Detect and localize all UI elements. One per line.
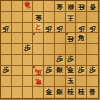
shogi-piece-gote[interactable]: 歩 (55, 23, 64, 33)
board-cell[interactable]: 桂 (76, 87, 87, 98)
board-cell[interactable] (33, 87, 44, 98)
board-cell[interactable] (1, 55, 12, 66)
board-cell[interactable] (23, 12, 34, 23)
board-cell[interactable] (33, 33, 44, 44)
board-cell[interactable] (23, 76, 34, 87)
board-cell[interactable] (12, 87, 23, 98)
shogi-piece-sente[interactable]: 歩 (55, 55, 64, 65)
shogi-piece-sente[interactable]: 香 (88, 88, 97, 98)
hoshi-dot (33, 33, 35, 35)
board-cell[interactable]: 金 (44, 87, 55, 98)
board-cell[interactable] (12, 12, 23, 23)
board-cell[interactable] (23, 55, 34, 66)
shogi-piece-gote[interactable]: 歩 (44, 23, 53, 33)
shogi-piece-sente[interactable]: 銀 (55, 88, 64, 98)
board-cell[interactable] (33, 44, 44, 55)
board-cell[interactable]: 金 (33, 12, 44, 23)
board-cell[interactable] (12, 1, 23, 12)
board-cell[interactable]: 歩 (44, 23, 55, 34)
board-cell[interactable]: 歩 (23, 44, 34, 55)
board-cell[interactable]: 歩 (55, 23, 66, 34)
board-cell[interactable] (23, 87, 34, 98)
board-cell[interactable]: 歩 (44, 66, 55, 77)
board-cell[interactable]: 歩 (76, 66, 87, 77)
board-cell[interactable] (76, 44, 87, 55)
board-cell[interactable]: 香 (87, 1, 98, 12)
board-cell[interactable]: 香 (87, 87, 98, 98)
board-cell[interactable] (76, 12, 87, 23)
board-cell[interactable] (87, 12, 98, 23)
shogi-piece-gote[interactable]: 桂 (77, 1, 86, 11)
board-cell[interactable]: 歩 (55, 55, 66, 66)
board-cell[interactable] (1, 12, 12, 23)
board-cell[interactable] (1, 76, 12, 87)
shogi-piece-gote[interactable]: 銀 (66, 1, 75, 11)
shogi-piece-gote[interactable]: 金 (55, 1, 64, 11)
hoshi-dot (66, 66, 68, 68)
board-cell[interactable]: 歩 (1, 23, 12, 34)
board-cell[interactable] (23, 66, 34, 77)
shogi-piece-gote[interactable]: 王 (66, 12, 75, 22)
shogi-piece-sente[interactable]: 玉 (66, 76, 75, 86)
shogi-piece-gote[interactable]: 金 (34, 12, 43, 22)
board-cell[interactable] (44, 55, 55, 66)
board-cell[interactable] (12, 23, 23, 34)
board-cell[interactable] (55, 12, 66, 23)
board-cell[interactable]: 桂 (76, 1, 87, 12)
board-cell[interactable]: と (33, 23, 44, 34)
board-cell[interactable] (55, 76, 66, 87)
shogi-piece-promoted-sente[interactable]: と (34, 23, 43, 33)
board-cell[interactable] (55, 44, 66, 55)
shogi-piece-sente[interactable]: 歩 (77, 66, 86, 76)
shogi-piece-sente[interactable]: 角 (77, 33, 86, 43)
board-cell[interactable]: 玉 (66, 76, 77, 87)
board-cell[interactable]: 銀 (55, 87, 66, 98)
board-cell[interactable] (12, 76, 23, 87)
board-cell[interactable] (1, 33, 12, 44)
shogi-piece-gote[interactable]: 歩 (1, 23, 10, 33)
shogi-piece-sente[interactable]: 歩 (44, 66, 53, 76)
board-cell[interactable]: 銀 (66, 1, 77, 12)
shogi-piece-sente[interactable]: 歩 (66, 55, 75, 65)
shogi-piece-promoted-sente[interactable]: 竜 (23, 1, 32, 11)
board-cell[interactable]: 竜 (23, 1, 34, 12)
board-cell[interactable]: 歩 (1, 66, 12, 77)
board-cell[interactable] (12, 33, 23, 44)
shogi-piece-promoted-gote[interactable]: 馬 (34, 66, 43, 76)
hoshi-dot (33, 66, 35, 68)
shogi-piece-promoted-gote[interactable]: 竜 (34, 76, 43, 86)
board-cell[interactable]: 竜 (33, 76, 44, 87)
shogi-piece-sente[interactable]: 銀 (55, 66, 64, 76)
board-cell[interactable] (66, 23, 77, 34)
board-cell[interactable] (12, 66, 23, 77)
board-cell[interactable]: 王 (66, 12, 77, 23)
board-cell[interactable] (44, 12, 55, 23)
board-cell[interactable] (12, 55, 23, 66)
shogi-piece-sente[interactable]: 金 (44, 88, 53, 98)
board-cell[interactable] (33, 1, 44, 12)
shogi-piece-gote[interactable]: 歩 (77, 23, 86, 33)
shogi-piece-sente[interactable]: 歩 (23, 44, 32, 54)
board-cell[interactable]: 角 (76, 33, 87, 44)
board-cell[interactable]: 銀 (55, 66, 66, 77)
board-cell[interactable] (44, 44, 55, 55)
board-cell[interactable] (44, 33, 55, 44)
shogi-piece-sente[interactable]: 桂 (77, 88, 86, 98)
board-cell[interactable] (44, 76, 55, 87)
board-cell[interactable] (87, 55, 98, 66)
shogi-board: 竜金銀桂香金王歩と歩歩歩歩桂角歩歩歩歩馬歩銀金歩歩竜玉金銀桂桂香 (0, 0, 100, 100)
board-cell[interactable]: 歩 (66, 55, 77, 66)
shogi-piece-gote[interactable]: 香 (88, 1, 97, 11)
board-cell[interactable] (1, 1, 12, 12)
shogi-piece-gote[interactable]: 歩 (88, 23, 97, 33)
board-cell[interactable]: 歩 (87, 23, 98, 34)
shogi-piece-sente[interactable]: 歩 (88, 66, 97, 76)
board-cell[interactable] (66, 44, 77, 55)
board-cell[interactable] (12, 44, 23, 55)
board-cell[interactable] (1, 87, 12, 98)
board-grid: 竜金銀桂香金王歩と歩歩歩歩桂角歩歩歩歩馬歩銀金歩歩竜玉金銀桂桂香 (0, 0, 99, 99)
board-cell[interactable]: 歩 (87, 66, 98, 77)
shogi-piece-sente[interactable]: 歩 (1, 66, 10, 76)
hoshi-dot (66, 33, 68, 35)
board-cell[interactable]: 桂 (66, 87, 77, 98)
board-cell[interactable]: 金 (55, 1, 66, 12)
board-cell[interactable] (76, 76, 87, 87)
board-cell[interactable] (23, 33, 34, 44)
board-cell[interactable] (87, 44, 98, 55)
board-cell[interactable] (44, 1, 55, 12)
shogi-piece-sente[interactable]: 桂 (66, 88, 75, 98)
board-cell[interactable]: 歩 (76, 23, 87, 34)
board-cell[interactable] (33, 55, 44, 66)
board-cell[interactable] (87, 76, 98, 87)
board-cell[interactable] (1, 44, 12, 55)
board-cell[interactable] (87, 33, 98, 44)
board-cell[interactable] (55, 33, 66, 44)
board-cell[interactable] (23, 23, 34, 34)
board-cell[interactable] (76, 55, 87, 66)
